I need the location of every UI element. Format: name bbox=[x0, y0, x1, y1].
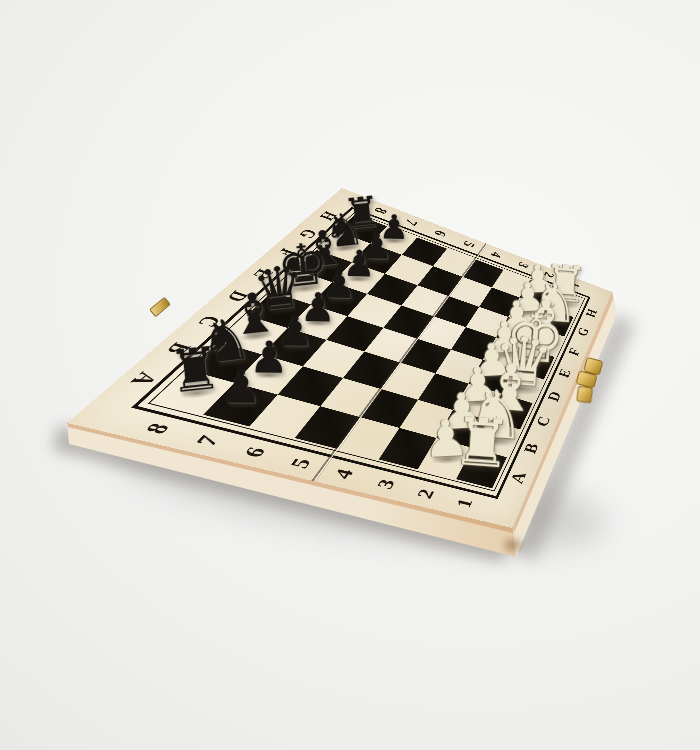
wood-corner-smudge bbox=[500, 535, 526, 555]
brass-latch-hook bbox=[576, 386, 593, 404]
photo-scene: AA88BB77CC66DD55EE44FF33GG22HH11 ♜♞♝♛♚♝♞… bbox=[0, 0, 700, 750]
brass-catch bbox=[149, 297, 171, 318]
